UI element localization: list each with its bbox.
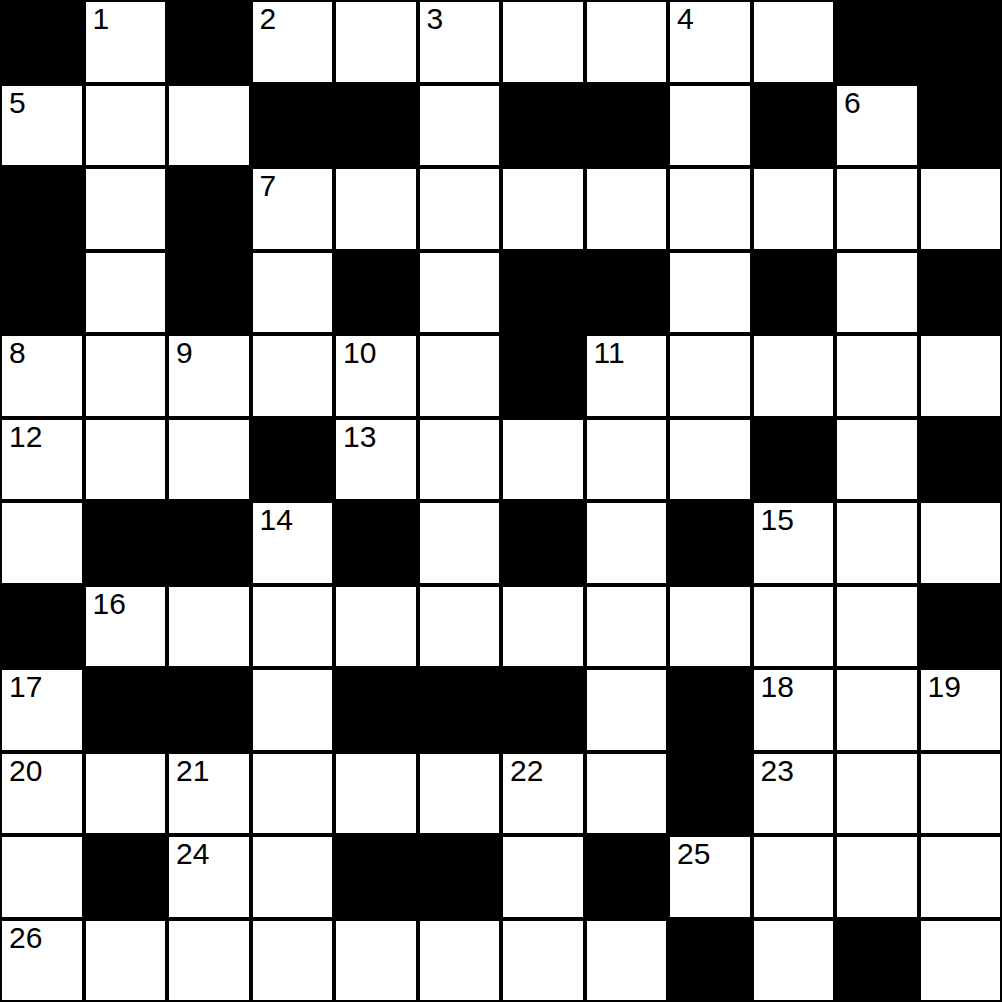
cell-r8c6	[501, 668, 585, 752]
cell-r2c5[interactable]	[418, 167, 502, 251]
cell-r4c10[interactable]	[835, 334, 919, 418]
cell-r5c6[interactable]	[501, 418, 585, 502]
cell-r1c8[interactable]	[668, 84, 752, 168]
cell-r7c3[interactable]	[251, 585, 335, 669]
cell-r8c4	[334, 668, 418, 752]
cell-r7c2[interactable]	[167, 585, 251, 669]
clue-number-2: 2	[260, 2, 277, 36]
cell-r8c8	[668, 668, 752, 752]
cell-r6c7[interactable]	[585, 501, 669, 585]
cell-r0c10	[835, 0, 919, 84]
cell-r9c11[interactable]	[919, 752, 1002, 836]
cell-r3c11	[919, 251, 1002, 335]
cell-r10c0[interactable]	[0, 835, 84, 919]
cell-r8c1	[84, 668, 168, 752]
cell-r3c8[interactable]	[668, 251, 752, 335]
cell-r10c8[interactable]: 25	[668, 835, 752, 919]
clue-number-8: 8	[9, 336, 26, 370]
cell-r1c3	[251, 84, 335, 168]
cell-r10c1	[84, 835, 168, 919]
cell-r2c10[interactable]	[835, 167, 919, 251]
cell-r10c5	[418, 835, 502, 919]
cell-r1c2[interactable]	[167, 84, 251, 168]
cell-r11c5[interactable]	[418, 919, 502, 1002]
cell-r5c9	[752, 418, 836, 502]
cell-r2c6[interactable]	[501, 167, 585, 251]
cell-r1c6	[501, 84, 585, 168]
clue-number-1: 1	[93, 2, 110, 36]
cell-r10c10[interactable]	[835, 835, 919, 919]
cell-r3c7	[585, 251, 669, 335]
cell-r0c6[interactable]	[501, 0, 585, 84]
cell-r8c11[interactable]: 19	[919, 668, 1002, 752]
cell-r4c0[interactable]: 8	[0, 334, 84, 418]
cell-r0c7[interactable]	[585, 0, 669, 84]
clue-number-9: 9	[176, 336, 193, 370]
cell-r2c1[interactable]	[84, 167, 168, 251]
cell-r4c5[interactable]	[418, 334, 502, 418]
cell-r4c1[interactable]	[84, 334, 168, 418]
clue-number-12: 12	[9, 420, 42, 454]
cell-r4c7[interactable]: 11	[585, 334, 669, 418]
clue-number-21: 21	[176, 754, 209, 788]
cell-r11c0[interactable]: 26	[0, 919, 84, 1002]
cell-r3c10[interactable]	[835, 251, 919, 335]
cell-r9c4[interactable]	[334, 752, 418, 836]
cell-r11c3[interactable]	[251, 919, 335, 1002]
cell-r7c7[interactable]	[585, 585, 669, 669]
cell-r7c9[interactable]	[752, 585, 836, 669]
cell-r9c7[interactable]	[585, 752, 669, 836]
cell-r2c2	[167, 167, 251, 251]
clue-number-16: 16	[93, 587, 126, 621]
cell-r7c1[interactable]: 16	[84, 585, 168, 669]
cell-r1c1[interactable]	[84, 84, 168, 168]
cell-r3c2	[167, 251, 251, 335]
crossword-grid: 1234567891011121314151617181920212223242…	[0, 0, 1002, 1002]
clue-number-4: 4	[677, 2, 694, 36]
cell-r3c4	[334, 251, 418, 335]
cell-r9c5[interactable]	[418, 752, 502, 836]
cell-r5c0[interactable]: 12	[0, 418, 84, 502]
cell-r5c7[interactable]	[585, 418, 669, 502]
cell-r1c4	[334, 84, 418, 168]
clue-number-17: 17	[9, 670, 42, 704]
cell-r2c4[interactable]	[334, 167, 418, 251]
cell-r11c4[interactable]	[334, 919, 418, 1002]
cell-r5c11	[919, 418, 1002, 502]
cell-r7c10[interactable]	[835, 585, 919, 669]
cell-r5c8[interactable]	[668, 418, 752, 502]
cell-r4c11[interactable]	[919, 334, 1002, 418]
cell-r8c7[interactable]	[585, 668, 669, 752]
cell-r5c1[interactable]	[84, 418, 168, 502]
clue-number-25: 25	[677, 837, 710, 871]
cell-r11c9[interactable]	[752, 919, 836, 1002]
cell-r7c5[interactable]	[418, 585, 502, 669]
cell-r9c1[interactable]	[84, 752, 168, 836]
cell-r6c2	[167, 501, 251, 585]
cell-r3c1[interactable]	[84, 251, 168, 335]
clue-number-24: 24	[176, 837, 209, 871]
cell-r11c7[interactable]	[585, 919, 669, 1002]
clue-number-18: 18	[761, 670, 794, 704]
cell-r1c7	[585, 84, 669, 168]
cell-r1c11	[919, 84, 1002, 168]
cell-r7c4[interactable]	[334, 585, 418, 669]
cell-r4c3[interactable]	[251, 334, 335, 418]
cell-r10c11[interactable]	[919, 835, 1002, 919]
cell-r2c9[interactable]	[752, 167, 836, 251]
cell-r3c3[interactable]	[251, 251, 335, 335]
cell-r0c3[interactable]: 2	[251, 0, 335, 84]
clue-number-15: 15	[761, 503, 794, 537]
cell-r4c6	[501, 334, 585, 418]
cell-r1c0[interactable]: 5	[0, 84, 84, 168]
cell-r5c4[interactable]: 13	[334, 418, 418, 502]
cell-r0c0	[0, 0, 84, 84]
cell-r7c0	[0, 585, 84, 669]
cell-r9c9[interactable]: 23	[752, 752, 836, 836]
cell-r6c6	[501, 501, 585, 585]
clue-number-6: 6	[844, 86, 861, 120]
clue-number-26: 26	[9, 921, 42, 955]
clue-number-22: 22	[510, 754, 543, 788]
cell-r3c5[interactable]	[418, 251, 502, 335]
cell-r7c11	[919, 585, 1002, 669]
clue-number-11: 11	[594, 336, 625, 370]
cell-r2c7[interactable]	[585, 167, 669, 251]
cell-r6c8	[668, 501, 752, 585]
cell-r1c9	[752, 84, 836, 168]
cell-r3c9	[752, 251, 836, 335]
cell-r6c5[interactable]	[418, 501, 502, 585]
cell-r6c0[interactable]	[0, 501, 84, 585]
cell-r9c6[interactable]: 22	[501, 752, 585, 836]
cell-r11c6[interactable]	[501, 919, 585, 1002]
clue-number-3: 3	[427, 2, 444, 36]
cell-r0c5[interactable]: 3	[418, 0, 502, 84]
clue-number-5: 5	[9, 86, 26, 120]
clue-number-14: 14	[260, 503, 293, 537]
clue-number-13: 13	[343, 420, 376, 454]
cell-r4c8[interactable]	[668, 334, 752, 418]
cell-r0c9[interactable]	[752, 0, 836, 84]
cell-r1c10[interactable]: 6	[835, 84, 919, 168]
cell-r8c10[interactable]	[835, 668, 919, 752]
cell-r10c2[interactable]: 24	[167, 835, 251, 919]
cell-r9c2[interactable]: 21	[167, 752, 251, 836]
cell-r0c8[interactable]: 4	[668, 0, 752, 84]
cell-r11c11[interactable]	[919, 919, 1002, 1002]
cell-r4c4[interactable]: 10	[334, 334, 418, 418]
cell-r0c2	[167, 0, 251, 84]
cell-r0c1[interactable]: 1	[84, 0, 168, 84]
clue-number-23: 23	[761, 754, 794, 788]
cell-r9c8	[668, 752, 752, 836]
clue-number-10: 10	[343, 336, 376, 370]
cell-r5c10[interactable]	[835, 418, 919, 502]
cell-r8c0[interactable]: 17	[0, 668, 84, 752]
cell-r2c3[interactable]: 7	[251, 167, 335, 251]
cell-r11c10	[835, 919, 919, 1002]
cell-r6c9[interactable]: 15	[752, 501, 836, 585]
cell-r6c4	[334, 501, 418, 585]
cell-r9c10[interactable]	[835, 752, 919, 836]
cell-r6c10[interactable]	[835, 501, 919, 585]
cell-r10c7	[585, 835, 669, 919]
cell-r0c11	[919, 0, 1002, 84]
clue-number-19: 19	[928, 670, 961, 704]
cell-r7c6[interactable]	[501, 585, 585, 669]
cell-r9c3[interactable]	[251, 752, 335, 836]
cell-r3c6	[501, 251, 585, 335]
cell-r6c11[interactable]	[919, 501, 1002, 585]
cell-r6c1	[84, 501, 168, 585]
cell-r8c3[interactable]	[251, 668, 335, 752]
cell-r0c4[interactable]	[334, 0, 418, 84]
cell-r10c4	[334, 835, 418, 919]
cell-r6c3[interactable]: 14	[251, 501, 335, 585]
clue-number-7: 7	[260, 169, 277, 203]
cell-r11c2[interactable]	[167, 919, 251, 1002]
cell-r1c5[interactable]	[418, 84, 502, 168]
cell-r8c9[interactable]: 18	[752, 668, 836, 752]
clue-number-20: 20	[9, 754, 42, 788]
cell-r8c2	[167, 668, 251, 752]
cell-r8c5	[418, 668, 502, 752]
cell-r2c11[interactable]	[919, 167, 1002, 251]
cell-r10c6[interactable]	[501, 835, 585, 919]
cell-r2c8[interactable]	[668, 167, 752, 251]
cell-r4c2[interactable]: 9	[167, 334, 251, 418]
cell-r10c3[interactable]	[251, 835, 335, 919]
cell-r5c5[interactable]	[418, 418, 502, 502]
cell-r9c0[interactable]: 20	[0, 752, 84, 836]
cell-r5c2[interactable]	[167, 418, 251, 502]
cell-r5c3	[251, 418, 335, 502]
cell-r10c9[interactable]	[752, 835, 836, 919]
cell-r4c9[interactable]	[752, 334, 836, 418]
cell-r7c8[interactable]	[668, 585, 752, 669]
cell-r11c1[interactable]	[84, 919, 168, 1002]
cell-r11c8	[668, 919, 752, 1002]
cell-r3c0	[0, 251, 84, 335]
cell-r2c0	[0, 167, 84, 251]
